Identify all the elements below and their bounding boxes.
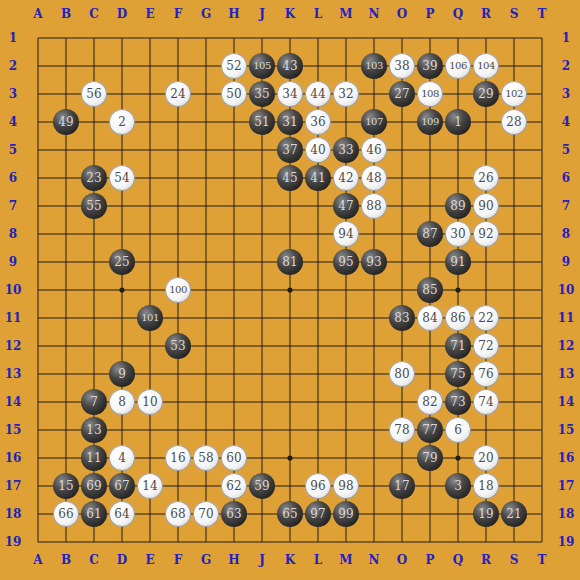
- row-label-16: 16: [3, 444, 23, 472]
- stone-white-102: 102: [501, 81, 527, 107]
- col-label-s: S: [500, 7, 528, 21]
- row-label-11: 11: [3, 304, 23, 332]
- stone-black-49: 49: [53, 109, 79, 135]
- stone-white-48: 48: [361, 165, 387, 191]
- stone-white-84: 84: [417, 305, 443, 331]
- stone-black-93: 93: [361, 249, 387, 275]
- stone-white-94: 94: [333, 221, 359, 247]
- stone-black-63: 63: [221, 501, 247, 527]
- stone-black-39: 39: [417, 53, 443, 79]
- row-label-1: 1: [3, 24, 23, 52]
- col-label-d: D: [108, 7, 136, 21]
- row-label-12: 12: [556, 332, 576, 360]
- stone-black-109: 109: [417, 109, 443, 135]
- stone-black-41: 41: [305, 165, 331, 191]
- stone-white-70: 70: [193, 501, 219, 527]
- stone-black-15: 15: [53, 473, 79, 499]
- stone-white-86: 86: [445, 305, 471, 331]
- stone-white-74: 74: [473, 389, 499, 415]
- row-label-3: 3: [556, 80, 576, 108]
- stone-black-77: 77: [417, 417, 443, 443]
- stone-white-64: 64: [109, 501, 135, 527]
- stone-white-76: 76: [473, 361, 499, 387]
- stone-white-18: 18: [473, 473, 499, 499]
- stone-white-88: 88: [361, 193, 387, 219]
- stone-white-8: 8: [109, 389, 135, 415]
- col-label-p: P: [416, 7, 444, 21]
- row-label-15: 15: [3, 416, 23, 444]
- stone-white-10: 10: [137, 389, 163, 415]
- stone-black-53: 53: [165, 333, 191, 359]
- stone-black-17: 17: [389, 473, 415, 499]
- stone-white-28: 28: [501, 109, 527, 135]
- stone-white-2: 2: [109, 109, 135, 135]
- row-label-12: 12: [3, 332, 23, 360]
- row-label-7: 7: [556, 192, 576, 220]
- stone-white-6: 6: [445, 417, 471, 443]
- stone-white-54: 54: [109, 165, 135, 191]
- stone-black-43: 43: [277, 53, 303, 79]
- col-label-f: F: [164, 7, 192, 21]
- stone-black-37: 37: [277, 137, 303, 163]
- row-label-14: 14: [556, 388, 576, 416]
- stone-white-90: 90: [473, 193, 499, 219]
- row-label-19: 19: [556, 528, 576, 556]
- stone-white-62: 62: [221, 473, 247, 499]
- row-label-5: 5: [3, 136, 23, 164]
- stone-white-16: 16: [165, 445, 191, 471]
- stone-black-105: 105: [249, 53, 275, 79]
- stone-white-30: 30: [445, 221, 471, 247]
- stone-white-92: 92: [473, 221, 499, 247]
- row-label-4: 4: [3, 108, 23, 136]
- row-label-15: 15: [556, 416, 576, 444]
- stone-black-83: 83: [389, 305, 415, 331]
- stone-white-98: 98: [333, 473, 359, 499]
- row-label-3: 3: [3, 80, 23, 108]
- stone-black-99: 99: [333, 501, 359, 527]
- stone-black-25: 25: [109, 249, 135, 275]
- col-label-o: O: [388, 7, 416, 21]
- stone-black-81: 81: [277, 249, 303, 275]
- stone-white-68: 68: [165, 501, 191, 527]
- stone-white-106: 106: [445, 53, 471, 79]
- stone-white-52: 52: [221, 53, 247, 79]
- stone-black-27: 27: [389, 81, 415, 107]
- stone-white-22: 22: [473, 305, 499, 331]
- stone-black-91: 91: [445, 249, 471, 275]
- stone-white-50: 50: [221, 81, 247, 107]
- row-label-16: 16: [556, 444, 576, 472]
- row-label-6: 6: [3, 164, 23, 192]
- stone-black-19: 19: [473, 501, 499, 527]
- stone-white-78: 78: [389, 417, 415, 443]
- stone-white-42: 42: [333, 165, 359, 191]
- stone-black-75: 75: [445, 361, 471, 387]
- row-label-1: 1: [556, 24, 576, 52]
- stone-white-4: 4: [109, 445, 135, 471]
- stone-black-103: 103: [361, 53, 387, 79]
- stone-white-26: 26: [473, 165, 499, 191]
- stone-white-32: 32: [333, 81, 359, 107]
- go-board: ABCDEFGHJKLMNOPQRST ABCDEFGHJKLMNOPQRST …: [0, 0, 580, 580]
- stone-black-65: 65: [277, 501, 303, 527]
- stone-white-82: 82: [417, 389, 443, 415]
- stone-black-79: 79: [417, 445, 443, 471]
- stone-white-60: 60: [221, 445, 247, 471]
- stone-black-1: 1: [445, 109, 471, 135]
- stone-black-85: 85: [417, 277, 443, 303]
- row-label-18: 18: [3, 500, 23, 528]
- row-label-9: 9: [3, 248, 23, 276]
- stone-white-34: 34: [277, 81, 303, 107]
- col-label-e: E: [136, 7, 164, 21]
- row-label-17: 17: [556, 472, 576, 500]
- stone-white-38: 38: [389, 53, 415, 79]
- stone-black-3: 3: [445, 473, 471, 499]
- stone-black-69: 69: [81, 473, 107, 499]
- col-label-t: T: [528, 7, 556, 21]
- col-label-l: L: [304, 7, 332, 21]
- stone-white-72: 72: [473, 333, 499, 359]
- stone-white-14: 14: [137, 473, 163, 499]
- row-label-7: 7: [3, 192, 23, 220]
- stone-black-71: 71: [445, 333, 471, 359]
- column-labels-top: ABCDEFGHJKLMNOPQRST: [24, 7, 556, 21]
- row-label-4: 4: [556, 108, 576, 136]
- stone-black-45: 45: [277, 165, 303, 191]
- stone-black-23: 23: [81, 165, 107, 191]
- row-label-17: 17: [3, 472, 23, 500]
- stone-black-61: 61: [81, 501, 107, 527]
- row-label-6: 6: [556, 164, 576, 192]
- row-label-19: 19: [3, 528, 23, 556]
- col-label-n: N: [360, 7, 388, 21]
- stone-white-46: 46: [361, 137, 387, 163]
- stone-black-89: 89: [445, 193, 471, 219]
- stone-white-100: 100: [165, 277, 191, 303]
- stone-black-97: 97: [305, 501, 331, 527]
- stone-white-96: 96: [305, 473, 331, 499]
- stone-white-40: 40: [305, 137, 331, 163]
- row-label-2: 2: [3, 52, 23, 80]
- col-label-g: G: [192, 7, 220, 21]
- row-label-8: 8: [556, 220, 576, 248]
- col-label-a: A: [24, 7, 52, 21]
- stone-black-47: 47: [333, 193, 359, 219]
- stone-white-108: 108: [417, 81, 443, 107]
- stone-black-101: 101: [137, 305, 163, 331]
- row-label-14: 14: [3, 388, 23, 416]
- stone-white-80: 80: [389, 361, 415, 387]
- row-labels-right: 12345678910111213141516171819: [556, 24, 576, 556]
- col-label-r: R: [472, 7, 500, 21]
- stone-black-13: 13: [81, 417, 107, 443]
- stone-black-29: 29: [473, 81, 499, 107]
- row-label-11: 11: [556, 304, 576, 332]
- col-label-c: C: [80, 7, 108, 21]
- stone-white-36: 36: [305, 109, 331, 135]
- row-label-18: 18: [556, 500, 576, 528]
- stone-black-59: 59: [249, 473, 275, 499]
- row-label-8: 8: [3, 220, 23, 248]
- stone-black-21: 21: [501, 501, 527, 527]
- stone-white-20: 20: [473, 445, 499, 471]
- row-labels-left: 12345678910111213141516171819: [3, 24, 23, 556]
- stone-black-9: 9: [109, 361, 135, 387]
- stone-black-7: 7: [81, 389, 107, 415]
- stone-black-11: 11: [81, 445, 107, 471]
- stone-black-33: 33: [333, 137, 359, 163]
- row-label-5: 5: [556, 136, 576, 164]
- col-label-j: J: [248, 7, 276, 21]
- row-label-10: 10: [3, 276, 23, 304]
- col-label-k: K: [276, 7, 304, 21]
- stone-white-58: 58: [193, 445, 219, 471]
- row-label-13: 13: [3, 360, 23, 388]
- row-label-9: 9: [556, 248, 576, 276]
- stone-black-55: 55: [81, 193, 107, 219]
- stone-white-104: 104: [473, 53, 499, 79]
- stone-white-56: 56: [81, 81, 107, 107]
- stone-black-51: 51: [249, 109, 275, 135]
- col-label-m: M: [332, 7, 360, 21]
- col-label-b: B: [52, 7, 80, 21]
- board-surface[interactable]: 1234678910111314151617181920212223242526…: [24, 24, 556, 556]
- stone-black-31: 31: [277, 109, 303, 135]
- stone-black-67: 67: [109, 473, 135, 499]
- stone-white-24: 24: [165, 81, 191, 107]
- stone-black-73: 73: [445, 389, 471, 415]
- stone-white-66: 66: [53, 501, 79, 527]
- row-label-13: 13: [556, 360, 576, 388]
- stone-white-44: 44: [305, 81, 331, 107]
- stone-black-35: 35: [249, 81, 275, 107]
- row-label-10: 10: [556, 276, 576, 304]
- stone-black-87: 87: [417, 221, 443, 247]
- col-label-q: Q: [444, 7, 472, 21]
- row-label-2: 2: [556, 52, 576, 80]
- stone-black-95: 95: [333, 249, 359, 275]
- col-label-h: H: [220, 7, 248, 21]
- stone-black-107: 107: [361, 109, 387, 135]
